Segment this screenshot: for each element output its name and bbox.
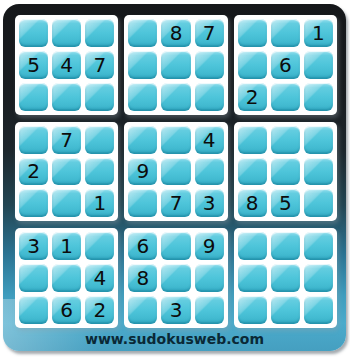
cell-r5c1[interactable]: 2 xyxy=(19,158,48,186)
cell-r6c4[interactable] xyxy=(128,189,157,217)
cell-r4c8[interactable] xyxy=(271,126,300,154)
cell-r9c4[interactable] xyxy=(128,296,157,324)
cell-r8c6[interactable] xyxy=(195,264,224,292)
cell-r8c4[interactable]: 8 xyxy=(128,264,157,292)
cell-r5c6[interactable] xyxy=(195,158,224,186)
cell-r1c5[interactable]: 8 xyxy=(161,19,190,47)
cell-r3c9[interactable] xyxy=(304,83,333,111)
cell-r5c9[interactable] xyxy=(304,158,333,186)
cell-r7c3[interactable] xyxy=(85,232,114,260)
cell-r9c5[interactable]: 3 xyxy=(161,296,190,324)
cell-r2c8[interactable]: 6 xyxy=(271,51,300,79)
cell-r1c3[interactable] xyxy=(85,19,114,47)
cell-r5c2[interactable] xyxy=(52,158,81,186)
cell-r3c4[interactable] xyxy=(128,83,157,111)
sudoku-box-1: 547 xyxy=(15,15,118,115)
cell-r8c7[interactable] xyxy=(238,264,267,292)
cell-r1c6[interactable]: 7 xyxy=(195,19,224,47)
cell-r2c1[interactable]: 5 xyxy=(19,51,48,79)
cell-r2c7[interactable] xyxy=(238,51,267,79)
cell-r5c8[interactable] xyxy=(271,158,300,186)
cell-r2c2[interactable]: 4 xyxy=(52,51,81,79)
cell-r7c6[interactable]: 9 xyxy=(195,232,224,260)
cell-r3c6[interactable] xyxy=(195,83,224,111)
cell-r1c8[interactable] xyxy=(271,19,300,47)
cell-r4c2[interactable]: 7 xyxy=(52,126,81,154)
cell-r7c2[interactable]: 1 xyxy=(52,232,81,260)
cell-r6c1[interactable] xyxy=(19,189,48,217)
sudoku-box-5: 4973 xyxy=(124,122,227,222)
cell-r4c1[interactable] xyxy=(19,126,48,154)
cell-r4c6[interactable]: 4 xyxy=(195,126,224,154)
cell-r3c2[interactable] xyxy=(52,83,81,111)
cell-r4c3[interactable] xyxy=(85,126,114,154)
site-url-text: www.sudokusweb.com xyxy=(3,331,346,347)
cell-r7c7[interactable] xyxy=(238,232,267,260)
cell-r4c9[interactable] xyxy=(304,126,333,154)
cell-r8c1[interactable] xyxy=(19,264,48,292)
cell-r6c7[interactable]: 8 xyxy=(238,189,267,217)
cell-r2c9[interactable] xyxy=(304,51,333,79)
cell-r7c5[interactable] xyxy=(161,232,190,260)
cell-r8c3[interactable]: 4 xyxy=(85,264,114,292)
cell-r3c3[interactable] xyxy=(85,83,114,111)
sudoku-box-3: 162 xyxy=(234,15,337,115)
sudoku-box-2: 87 xyxy=(124,15,227,115)
cell-r9c3[interactable]: 2 xyxy=(85,296,114,324)
cell-r8c9[interactable] xyxy=(304,264,333,292)
cell-r3c7[interactable]: 2 xyxy=(238,83,267,111)
cell-r2c5[interactable] xyxy=(161,51,190,79)
cell-r3c5[interactable] xyxy=(161,83,190,111)
cell-r8c8[interactable] xyxy=(271,264,300,292)
cell-r4c7[interactable] xyxy=(238,126,267,154)
cell-r8c5[interactable] xyxy=(161,264,190,292)
sudoku-box-4: 721 xyxy=(15,122,118,222)
cell-r7c1[interactable]: 3 xyxy=(19,232,48,260)
cell-r1c7[interactable] xyxy=(238,19,267,47)
cell-r6c5[interactable]: 7 xyxy=(161,189,190,217)
sudoku-board: 54787162721497385314626983 xyxy=(15,15,337,328)
cell-r1c2[interactable] xyxy=(52,19,81,47)
cell-r7c8[interactable] xyxy=(271,232,300,260)
cell-r5c3[interactable] xyxy=(85,158,114,186)
cell-r6c9[interactable] xyxy=(304,189,333,217)
sudoku-box-9 xyxy=(234,228,337,328)
cell-r9c6[interactable] xyxy=(195,296,224,324)
cell-r6c2[interactable] xyxy=(52,189,81,217)
cell-r8c2[interactable] xyxy=(52,264,81,292)
cell-r1c9[interactable]: 1 xyxy=(304,19,333,47)
cell-r2c4[interactable] xyxy=(128,51,157,79)
cell-r9c7[interactable] xyxy=(238,296,267,324)
cell-r7c4[interactable]: 6 xyxy=(128,232,157,260)
cell-r7c9[interactable] xyxy=(304,232,333,260)
cell-r6c8[interactable]: 5 xyxy=(271,189,300,217)
cell-r4c4[interactable] xyxy=(128,126,157,154)
cell-r4c5[interactable] xyxy=(161,126,190,154)
puzzle-frame: 54787162721497385314626983 www.sudokuswe… xyxy=(3,4,346,351)
sudoku-box-8: 6983 xyxy=(124,228,227,328)
cell-r2c6[interactable] xyxy=(195,51,224,79)
sudoku-box-6: 85 xyxy=(234,122,337,222)
cell-r6c3[interactable]: 1 xyxy=(85,189,114,217)
cell-r5c4[interactable]: 9 xyxy=(128,158,157,186)
cell-r5c5[interactable] xyxy=(161,158,190,186)
cell-r1c4[interactable] xyxy=(128,19,157,47)
cell-r6c6[interactable]: 3 xyxy=(195,189,224,217)
cell-r1c1[interactable] xyxy=(19,19,48,47)
cell-r2c3[interactable]: 7 xyxy=(85,51,114,79)
cell-r9c2[interactable]: 6 xyxy=(52,296,81,324)
cell-r3c1[interactable] xyxy=(19,83,48,111)
cell-r3c8[interactable] xyxy=(271,83,300,111)
sudoku-box-7: 31462 xyxy=(15,228,118,328)
cell-r9c1[interactable] xyxy=(19,296,48,324)
cell-r9c8[interactable] xyxy=(271,296,300,324)
cell-r5c7[interactable] xyxy=(238,158,267,186)
cell-r9c9[interactable] xyxy=(304,296,333,324)
